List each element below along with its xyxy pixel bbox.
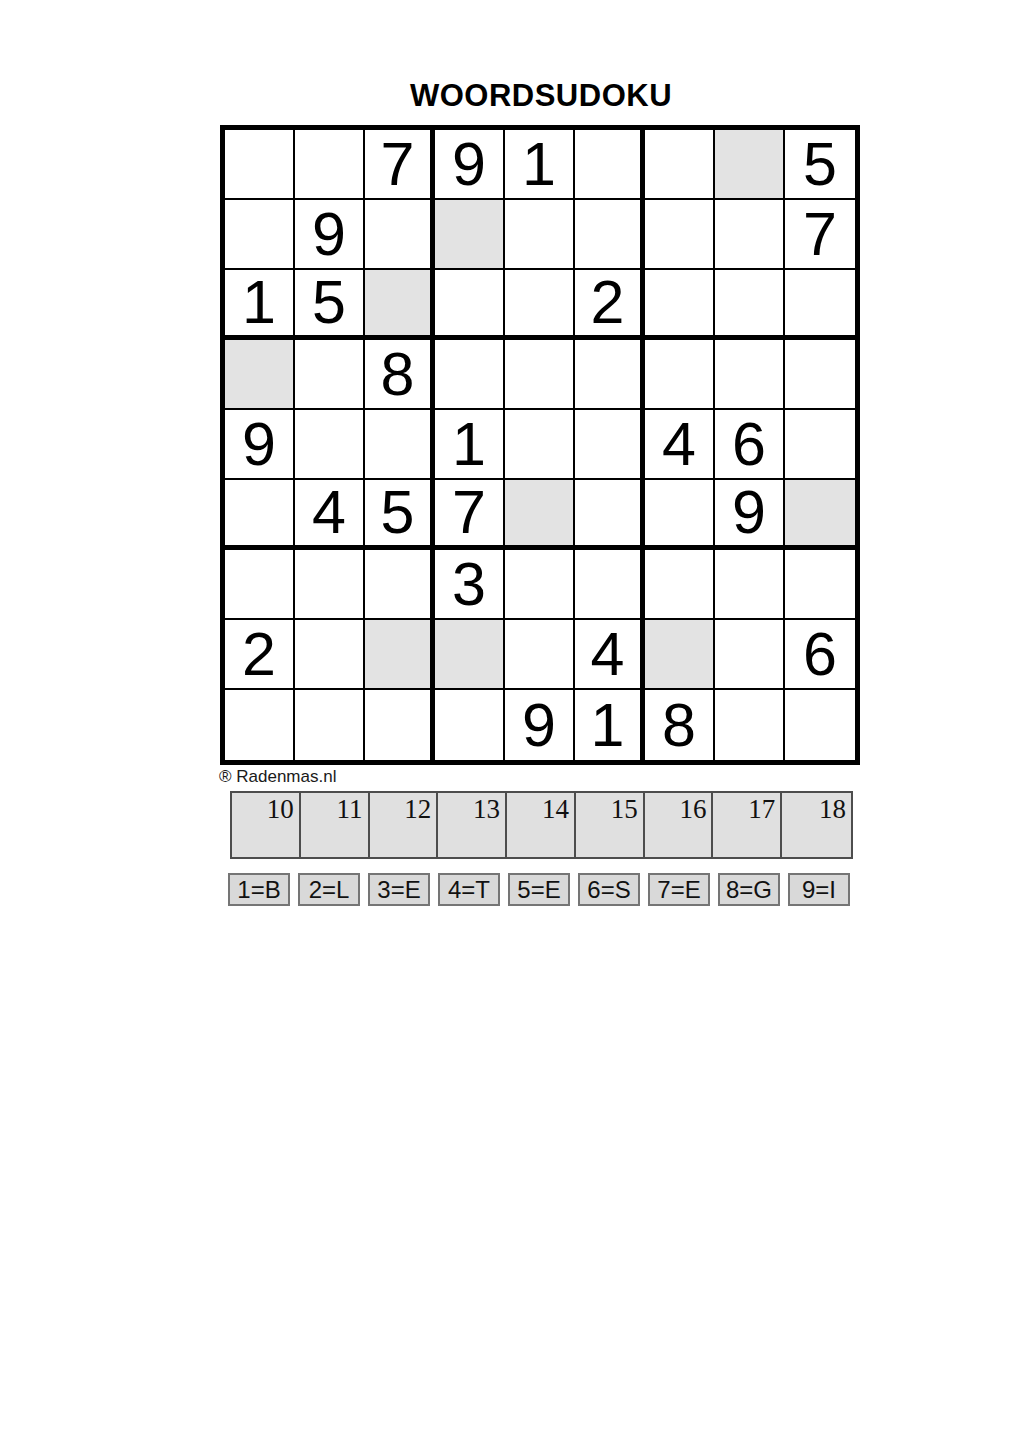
grid-cell-r5c1[interactable]: 9: [225, 410, 295, 480]
grid-cell-r9c4[interactable]: [435, 690, 505, 760]
grid-cell-r1c5[interactable]: 1: [505, 130, 575, 200]
grid-cell-r4c1[interactable]: [225, 340, 295, 410]
grid-cell-r2c9[interactable]: 7: [785, 200, 855, 270]
grid-cell-r5c2[interactable]: [295, 410, 365, 480]
grid-cell-r7c9[interactable]: [785, 550, 855, 620]
grid-cell-r6c1[interactable]: [225, 480, 295, 550]
grid-cell-r5c6[interactable]: [575, 410, 645, 480]
grid-cell-r1c6[interactable]: [575, 130, 645, 200]
grid-cell-r1c3[interactable]: 7: [365, 130, 435, 200]
grid-cell-r2c4[interactable]: [435, 200, 505, 270]
answer-strip: 101112131415161718: [230, 791, 853, 859]
grid-cell-r7c3[interactable]: [365, 550, 435, 620]
grid-cell-r2c3[interactable]: [365, 200, 435, 270]
grid-cell-r3c6[interactable]: 2: [575, 270, 645, 340]
grid-cell-r8c6[interactable]: 4: [575, 620, 645, 690]
grid-cell-r6c6[interactable]: [575, 480, 645, 550]
grid-cell-r6c4[interactable]: 7: [435, 480, 505, 550]
legend-item-9: 9=I: [788, 873, 850, 906]
grid-cell-r8c1[interactable]: 2: [225, 620, 295, 690]
grid-cell-r2c5[interactable]: [505, 200, 575, 270]
legend-item-4: 4=T: [438, 873, 500, 906]
sudoku-grid: 7915971528914645793246918: [220, 125, 860, 765]
grid-cell-r2c1[interactable]: [225, 200, 295, 270]
grid-cell-r4c6[interactable]: [575, 340, 645, 410]
letter-legend: 1=B2=L3=E4=T5=E6=S7=E8=G9=I: [228, 873, 850, 906]
grid-cell-r5c3[interactable]: [365, 410, 435, 480]
legend-item-3: 3=E: [368, 873, 430, 906]
grid-cell-r8c3[interactable]: [365, 620, 435, 690]
grid-cell-r4c3[interactable]: 8: [365, 340, 435, 410]
puzzle-page: WOORDSUDOKU 7915971528914645793246918 ® …: [0, 0, 1024, 1448]
grid-cell-r1c4[interactable]: 9: [435, 130, 505, 200]
grid-cell-r7c5[interactable]: [505, 550, 575, 620]
grid-cell-r1c9[interactable]: 5: [785, 130, 855, 200]
grid-cell-r6c7[interactable]: [645, 480, 715, 550]
answer-cell-16[interactable]: 16: [645, 793, 714, 857]
grid-cell-r7c1[interactable]: [225, 550, 295, 620]
grid-cell-r1c1[interactable]: [225, 130, 295, 200]
grid-cell-r4c2[interactable]: [295, 340, 365, 410]
grid-cell-r1c7[interactable]: [645, 130, 715, 200]
grid-cell-r9c1[interactable]: [225, 690, 295, 760]
grid-cell-r3c9[interactable]: [785, 270, 855, 340]
grid-cell-r8c4[interactable]: [435, 620, 505, 690]
page-title: WOORDSUDOKU: [221, 78, 861, 114]
grid-cell-r4c5[interactable]: [505, 340, 575, 410]
grid-cell-r6c9[interactable]: [785, 480, 855, 550]
grid-cell-r9c5[interactable]: 9: [505, 690, 575, 760]
grid-cell-r3c7[interactable]: [645, 270, 715, 340]
grid-cell-r8c5[interactable]: [505, 620, 575, 690]
grid-cell-r7c2[interactable]: [295, 550, 365, 620]
grid-cell-r5c9[interactable]: [785, 410, 855, 480]
answer-cell-14[interactable]: 14: [507, 793, 576, 857]
grid-cell-r5c4[interactable]: 1: [435, 410, 505, 480]
grid-cell-r3c4[interactable]: [435, 270, 505, 340]
grid-cell-r2c7[interactable]: [645, 200, 715, 270]
grid-cell-r4c4[interactable]: [435, 340, 505, 410]
grid-cell-r2c8[interactable]: [715, 200, 785, 270]
grid-cell-r8c2[interactable]: [295, 620, 365, 690]
answer-cell-10[interactable]: 10: [232, 793, 301, 857]
answer-cell-11[interactable]: 11: [301, 793, 370, 857]
grid-cell-r6c2[interactable]: 4: [295, 480, 365, 550]
legend-item-5: 5=E: [508, 873, 570, 906]
grid-cell-r4c8[interactable]: [715, 340, 785, 410]
grid-cell-r7c7[interactable]: [645, 550, 715, 620]
grid-cell-r1c2[interactable]: [295, 130, 365, 200]
grid-cell-r4c9[interactable]: [785, 340, 855, 410]
grid-cell-r5c5[interactable]: [505, 410, 575, 480]
grid-cell-r5c7[interactable]: 4: [645, 410, 715, 480]
legend-item-1: 1=B: [228, 873, 290, 906]
grid-cell-r7c6[interactable]: [575, 550, 645, 620]
grid-cell-r9c3[interactable]: [365, 690, 435, 760]
legend-item-8: 8=G: [718, 873, 780, 906]
grid-cell-r6c8[interactable]: 9: [715, 480, 785, 550]
grid-cell-r6c3[interactable]: 5: [365, 480, 435, 550]
answer-cell-13[interactable]: 13: [438, 793, 507, 857]
grid-cell-r7c8[interactable]: [715, 550, 785, 620]
legend-item-2: 2=L: [298, 873, 360, 906]
grid-cell-r9c9[interactable]: [785, 690, 855, 760]
grid-cell-r3c1[interactable]: 1: [225, 270, 295, 340]
answer-cell-17[interactable]: 17: [713, 793, 782, 857]
credit-text: ® Radenmas.nl: [219, 767, 336, 787]
grid-cell-r8c8[interactable]: [715, 620, 785, 690]
grid-cell-r1c8[interactable]: [715, 130, 785, 200]
grid-cell-r9c8[interactable]: [715, 690, 785, 760]
answer-cell-12[interactable]: 12: [370, 793, 439, 857]
grid-cell-r2c6[interactable]: [575, 200, 645, 270]
answer-cell-15[interactable]: 15: [576, 793, 645, 857]
grid-cell-r2c2[interactable]: 9: [295, 200, 365, 270]
grid-cell-r3c2[interactable]: 5: [295, 270, 365, 340]
legend-item-6: 6=S: [578, 873, 640, 906]
grid-cell-r3c8[interactable]: [715, 270, 785, 340]
grid-cell-r6c5[interactable]: [505, 480, 575, 550]
grid-cell-r7c4[interactable]: 3: [435, 550, 505, 620]
legend-item-7: 7=E: [648, 873, 710, 906]
grid-cell-r8c7[interactable]: [645, 620, 715, 690]
grid-cell-r3c5[interactable]: [505, 270, 575, 340]
grid-cell-r8c9[interactable]: 6: [785, 620, 855, 690]
grid-cell-r9c6[interactable]: 1: [575, 690, 645, 760]
grid-cell-r3c3[interactable]: [365, 270, 435, 340]
answer-cell-18[interactable]: 18: [782, 793, 851, 857]
grid-cell-r4c7[interactable]: [645, 340, 715, 410]
grid-cell-r9c7[interactable]: 8: [645, 690, 715, 760]
grid-cell-r5c8[interactable]: 6: [715, 410, 785, 480]
grid-cell-r9c2[interactable]: [295, 690, 365, 760]
